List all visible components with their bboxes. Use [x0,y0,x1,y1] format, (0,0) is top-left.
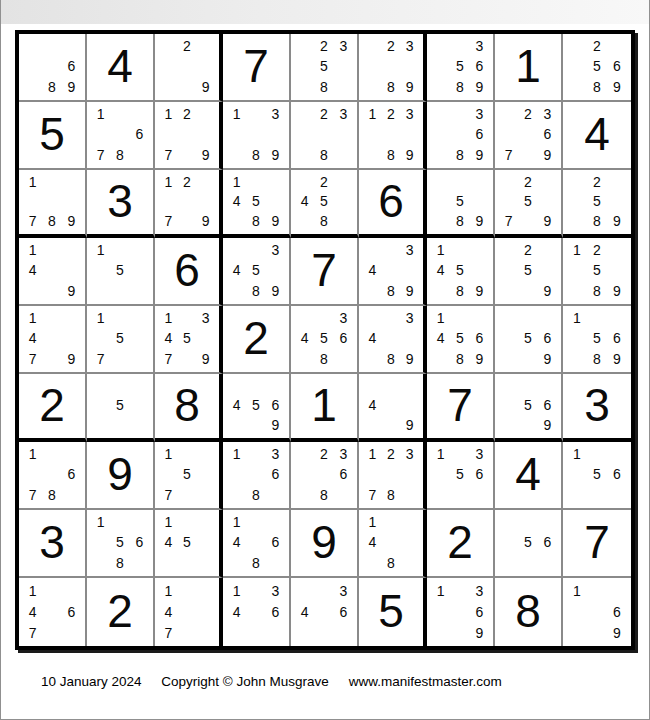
pencil-mark-pos-2 [518,376,537,396]
cell-r6c6: 49 [359,374,427,442]
cell-r5c4: 2 [223,306,291,374]
pencil-marks: 569 [495,306,561,372]
pencil-mark-pos-7 [91,281,110,301]
pencil-mark-pos-6 [62,260,81,280]
pencil-mark-pos-9: 9 [196,145,215,165]
pencil-mark-pos-7 [159,77,178,97]
pencil-mark-pos-8 [246,415,265,435]
cell-r3c4: 14589 [223,170,291,238]
pencil-marks: 589 [427,170,493,234]
pencil-mark-pos-9 [400,485,419,505]
pencil-mark-pos-8 [518,415,537,435]
pencil-mark-pos-6 [470,260,489,280]
pencil-mark-pos-2 [246,512,265,532]
pencil-mark-pos-5: 5 [178,328,197,348]
cell-r8c8: 56 [495,510,563,578]
pencil-mark-pos-2 [110,512,129,532]
pencil-mark-pos-8: 8 [314,485,333,505]
pencil-mark-pos-5: 5 [178,464,197,484]
pencil-mark-pos-4 [567,192,587,212]
pencil-mark-pos-1: 1 [23,308,42,328]
pencil-mark-pos-8: 8 [450,145,469,165]
cell-r7c9: 156 [563,442,631,510]
pencil-mark-pos-4: 4 [159,601,178,622]
pencil-marks: 1389 [223,102,289,168]
pencil-mark-pos-6: 6 [607,56,627,76]
pencil-mark-pos-2 [450,444,469,464]
cell-r4c2: 15 [87,238,155,306]
pencil-mark-pos-1: 1 [91,240,110,260]
solved-digit: 3 [584,382,610,428]
pencil-mark-pos-7 [295,77,314,97]
pencil-mark-pos-2 [246,172,265,192]
pencil-mark-pos-3 [130,512,149,532]
pencil-marks: 259 [495,238,561,304]
pencil-mark-pos-7 [295,211,314,231]
pencil-mark-pos-2 [450,36,469,56]
cell-r6c4: 4569 [223,374,291,442]
pencil-mark-pos-2 [314,308,333,328]
pencil-mark-pos-2 [110,104,129,124]
pencil-mark-pos-9 [400,553,419,573]
pencil-mark-pos-9 [130,553,149,573]
pencil-mark-pos-4: 4 [431,328,450,348]
pencil-mark-pos-8 [518,349,537,369]
footer-date: 10 January 2024 [41,674,142,689]
pencil-mark-pos-7 [431,77,450,97]
pencil-mark-pos-4 [431,124,450,144]
cell-r2c3: 1279 [155,102,223,170]
pencil-mark-pos-4 [431,464,450,484]
pencil-mark-pos-3 [130,240,149,260]
pencil-marks: 1346 [223,578,289,646]
pencil-mark-pos-2 [178,308,197,328]
pencil-mark-pos-8: 8 [246,553,265,573]
pencil-marks: 1568 [87,510,153,576]
cell-r5c5: 34568 [291,306,359,374]
pencil-marks: 169 [563,578,631,646]
pencil-mark-pos-5: 5 [246,260,265,280]
pencil-mark-pos-2: 2 [178,172,197,192]
pencil-mark-pos-3 [607,36,627,56]
pencil-mark-pos-2 [587,444,607,464]
cell-r3c6: 6 [359,170,427,238]
pencil-mark-pos-9: 9 [470,145,489,165]
pencil-marks: 1369 [427,578,493,646]
cell-r4c3: 6 [155,238,223,306]
pencil-mark-pos-4: 4 [23,328,42,348]
pencil-mark-pos-8 [246,622,265,643]
pencil-mark-pos-1: 1 [227,444,246,464]
pencil-marks: 2458 [291,170,357,234]
pencil-marks: 1467 [19,578,85,646]
pencil-mark-pos-2: 2 [587,36,607,56]
pencil-mark-pos-7 [567,349,587,369]
pencil-mark-pos-7 [499,415,518,435]
pencil-mark-pos-8: 8 [42,485,61,505]
pencil-mark-pos-3 [607,172,627,192]
pencil-mark-pos-3 [470,308,489,328]
pencil-mark-pos-1: 1 [567,580,587,601]
pencil-mark-pos-9 [334,145,353,165]
pencil-mark-pos-8: 8 [450,77,469,97]
pencil-marks: 2579 [495,170,561,234]
pencil-mark-pos-6 [400,464,419,484]
pencil-mark-pos-9: 9 [62,77,81,97]
pencil-mark-pos-4 [91,396,110,416]
pencil-mark-pos-3 [266,512,285,532]
cell-r2c4: 1389 [223,102,291,170]
pencil-mark-pos-4 [363,464,382,484]
cell-r2c1: 5 [19,102,87,170]
pencil-mark-pos-7 [499,349,518,369]
pencil-mark-pos-2 [246,376,265,396]
pencil-mark-pos-3: 3 [538,104,557,124]
pencil-mark-pos-3: 3 [334,580,353,601]
cell-r6c1: 2 [19,374,87,442]
pencil-mark-pos-1 [227,376,246,396]
pencil-mark-pos-8: 8 [246,145,265,165]
pencil-mark-pos-6: 6 [538,328,557,348]
solved-digit: 1 [515,43,541,89]
pencil-mark-pos-8 [178,211,197,231]
pencil-mark-pos-1: 1 [23,172,42,192]
pencil-mark-pos-8: 8 [110,553,129,573]
pencil-mark-pos-7 [363,349,382,369]
pencil-mark-pos-2 [246,580,265,601]
pencil-mark-pos-6 [196,464,215,484]
pencil-mark-pos-5: 5 [314,56,333,76]
pencil-mark-pos-8 [42,281,61,301]
pencil-mark-pos-4 [227,124,246,144]
pencil-mark-pos-6: 6 [130,124,149,144]
pencil-mark-pos-1 [23,36,42,56]
pencil-mark-pos-5: 5 [587,260,607,280]
pencil-mark-pos-8: 8 [382,349,401,369]
pencil-mark-pos-1 [363,36,382,56]
pencil-mark-pos-4 [159,56,178,76]
solved-digit: 7 [243,43,269,89]
pencil-mark-pos-7: 7 [159,211,178,231]
pencil-mark-pos-3: 3 [470,580,489,601]
solved-digit: 4 [107,43,133,89]
cell-r1c6: 2389 [359,34,427,102]
pencil-mark-pos-3 [400,512,419,532]
pencil-mark-pos-8 [518,145,537,165]
pencil-mark-pos-1: 1 [227,172,246,192]
pencil-mark-pos-9: 9 [400,77,419,97]
pencil-mark-pos-3 [470,172,489,192]
pencil-mark-pos-5: 5 [314,192,333,212]
pencil-mark-pos-8 [110,349,129,369]
pencil-mark-pos-4 [159,464,178,484]
pencil-mark-pos-9: 9 [196,211,215,231]
solved-digit: 7 [311,247,337,293]
pencil-mark-pos-4 [499,328,518,348]
cell-r8c2: 1568 [87,510,155,578]
pencil-mark-pos-8 [178,77,197,97]
sudoku-grid: 6894297235823893568912568951678127913892… [15,30,635,650]
pencil-marks: 156 [563,442,631,508]
pencil-mark-pos-8: 8 [382,485,401,505]
pencil-mark-pos-8 [450,485,469,505]
pencil-mark-pos-8: 8 [382,145,401,165]
pencil-mark-pos-9: 9 [266,415,285,435]
pencil-mark-pos-3 [62,172,81,192]
pencil-mark-pos-5: 5 [246,396,265,416]
pencil-mark-pos-5 [382,396,401,416]
pencil-mark-pos-1 [295,104,314,124]
pencil-mark-pos-6 [266,124,285,144]
pencil-mark-pos-3 [538,512,557,532]
pencil-mark-pos-6: 6 [538,124,557,144]
pencil-mark-pos-1: 1 [91,104,110,124]
pencil-mark-pos-9: 9 [196,349,215,369]
pencil-mark-pos-5: 5 [518,260,537,280]
pencil-mark-pos-7 [295,622,314,643]
cell-r8c1: 3 [19,510,87,578]
pencil-mark-pos-6: 6 [62,464,81,484]
pencil-mark-pos-9: 9 [400,349,419,369]
pencil-mark-pos-6 [334,192,353,212]
pencil-mark-pos-1 [363,240,382,260]
pencil-mark-pos-7 [567,622,587,643]
pencil-mark-pos-3: 3 [266,444,285,464]
cell-r4c7: 14589 [427,238,495,306]
pencil-mark-pos-4: 4 [295,192,314,212]
pencil-mark-pos-1 [159,36,178,56]
pencil-mark-pos-9 [62,622,81,643]
pencil-mark-pos-6 [62,328,81,348]
pencil-mark-pos-7: 7 [159,349,178,369]
pencil-mark-pos-7: 7 [23,622,42,643]
pencil-mark-pos-1 [567,172,587,192]
pencil-mark-pos-7 [227,415,246,435]
pencil-marks: 1279 [155,102,219,168]
pencil-mark-pos-4 [499,260,518,280]
cell-r5c2: 157 [87,306,155,374]
pencil-mark-pos-6 [400,56,419,76]
pencil-mark-pos-3: 3 [334,36,353,56]
pencil-mark-pos-8 [314,622,333,643]
pencil-mark-pos-7 [363,281,382,301]
pencil-mark-pos-6 [334,56,353,76]
pencil-mark-pos-4 [295,56,314,76]
pencil-mark-pos-6: 6 [607,601,627,622]
solved-digit: 9 [311,519,337,565]
pencil-mark-pos-5 [42,260,61,280]
pencil-mark-pos-6: 6 [538,532,557,552]
solved-digit: 1 [311,382,337,428]
pencil-mark-pos-4 [567,464,587,484]
solved-digit: 8 [515,588,541,634]
footer-copyright: Copyright © John Musgrave [161,674,329,689]
pencil-mark-pos-6: 6 [266,601,285,622]
pencil-mark-pos-8: 8 [382,553,401,573]
pencil-mark-pos-3: 3 [196,308,215,328]
pencil-mark-pos-9: 9 [266,145,285,165]
pencil-mark-pos-2 [450,308,469,328]
cell-r5c9: 15689 [563,306,631,374]
pencil-mark-pos-8 [178,145,197,165]
solved-digit: 6 [378,178,404,224]
pencil-mark-pos-9 [196,553,215,573]
pencil-mark-pos-5: 5 [450,464,469,484]
pencil-mark-pos-2: 2 [314,36,333,56]
pencil-mark-pos-8: 8 [110,145,129,165]
pencil-mark-pos-6 [400,396,419,416]
pencil-mark-pos-9 [334,77,353,97]
pencil-mark-pos-3 [62,580,81,601]
pencil-mark-pos-7 [227,622,246,643]
cell-r5c3: 134579 [155,306,223,374]
pencil-mark-pos-5 [42,192,61,212]
pencil-mark-pos-9 [266,622,285,643]
pencil-mark-pos-9: 9 [538,145,557,165]
pencil-mark-pos-7 [431,349,450,369]
pencil-mark-pos-9: 9 [470,77,489,97]
pencil-mark-pos-6: 6 [538,396,557,416]
pencil-mark-pos-7 [23,281,42,301]
footer: 10 January 2024 Copyright © John Musgrav… [41,674,502,689]
pencil-mark-pos-6 [196,124,215,144]
pencil-marks: 12589 [563,238,631,304]
pencil-mark-pos-7: 7 [159,485,178,505]
pencil-mark-pos-9 [130,349,149,369]
pencil-mark-pos-2: 2 [382,104,401,124]
pencil-mark-pos-8: 8 [246,485,265,505]
pencil-mark-pos-6: 6 [62,601,81,622]
pencil-mark-pos-1: 1 [227,104,246,124]
pencil-marks: 134579 [155,306,219,372]
pencil-mark-pos-1 [499,512,518,532]
solved-digit: 2 [107,588,133,634]
pencil-mark-pos-9 [538,553,557,573]
pencil-mark-pos-2: 2 [178,36,197,56]
pencil-mark-pos-2 [42,36,61,56]
cell-r3c8: 2579 [495,170,563,238]
pencil-mark-pos-2 [110,376,129,396]
pencil-mark-pos-8 [587,622,607,643]
pencil-mark-pos-5 [110,124,129,144]
pencil-mark-pos-7 [431,485,450,505]
pencil-marks: 145689 [427,306,493,372]
pencil-mark-pos-7: 7 [499,211,518,231]
pencil-mark-pos-3: 3 [470,444,489,464]
pencil-mark-pos-9: 9 [538,281,557,301]
pencil-mark-pos-3 [538,172,557,192]
pencil-mark-pos-1: 1 [567,444,587,464]
pencil-mark-pos-5: 5 [314,328,333,348]
pencil-mark-pos-1 [499,172,518,192]
pencil-mark-pos-4 [23,464,42,484]
pencil-marks: 35689 [427,34,493,100]
pencil-mark-pos-1 [499,104,518,124]
pencil-mark-pos-2: 2 [518,172,537,192]
cell-r4c1: 149 [19,238,87,306]
pencil-mark-pos-1 [295,444,314,464]
pencil-mark-pos-4 [91,124,110,144]
pencil-mark-pos-5 [382,56,401,76]
pencil-mark-pos-8 [110,281,129,301]
pencil-mark-pos-1 [567,36,587,56]
cell-r7c1: 1678 [19,442,87,510]
pencil-mark-pos-7 [567,281,587,301]
pencil-mark-pos-9 [196,622,215,643]
cell-r8c7: 2 [427,510,495,578]
pencil-mark-pos-1 [363,308,382,328]
pencil-mark-pos-2: 2 [382,444,401,464]
pencil-mark-pos-4: 4 [227,396,246,416]
pencil-mark-pos-2 [42,580,61,601]
pencil-marks: 1279 [155,170,219,234]
pencil-marks: 2389 [359,34,423,100]
pencil-mark-pos-6 [400,532,419,552]
pencil-mark-pos-2 [246,240,265,260]
window-top-band [1,0,649,24]
pencil-marks: 3689 [427,102,493,168]
pencil-mark-pos-3: 3 [266,104,285,124]
pencil-mark-pos-8 [587,485,607,505]
pencil-mark-pos-5: 5 [518,532,537,552]
pencil-mark-pos-6 [196,192,215,212]
pencil-mark-pos-6 [400,328,419,348]
pencil-mark-pos-2 [587,580,607,601]
pencil-mark-pos-5: 5 [587,56,607,76]
pencil-mark-pos-2 [450,172,469,192]
pencil-mark-pos-1 [499,308,518,328]
pencil-mark-pos-4: 4 [363,532,382,552]
pencil-mark-pos-6 [470,192,489,212]
pencil-mark-pos-2: 2 [314,444,333,464]
pencil-mark-pos-4 [431,192,450,212]
pencil-marks: 34568 [291,306,357,372]
cell-r3c7: 589 [427,170,495,238]
cell-r1c5: 2358 [291,34,359,102]
pencil-mark-pos-4: 4 [363,396,382,416]
pencil-mark-pos-7 [295,485,314,505]
pencil-mark-pos-7 [159,553,178,573]
cell-r7c6: 12378 [359,442,427,510]
pencil-mark-pos-7 [431,281,450,301]
pencil-mark-pos-6 [62,192,81,212]
pencil-mark-pos-8: 8 [314,77,333,97]
cell-r4c4: 34589 [223,238,291,306]
pencil-mark-pos-6 [607,260,627,280]
pencil-mark-pos-2 [314,580,333,601]
pencil-mark-pos-1: 1 [227,580,246,601]
cell-r3c2: 3 [87,170,155,238]
pencil-mark-pos-2: 2 [178,104,197,124]
pencil-marks: 1789 [19,170,85,234]
pencil-mark-pos-2 [382,512,401,532]
pencil-marks: 23679 [495,102,561,168]
pencil-mark-pos-1: 1 [159,172,178,192]
pencil-mark-pos-8: 8 [382,281,401,301]
cell-r2c8: 23679 [495,102,563,170]
pencil-mark-pos-5 [314,124,333,144]
pencil-mark-pos-1 [431,104,450,124]
pencil-marks: 1356 [427,442,493,508]
pencil-marks: 148 [359,510,423,576]
pencil-mark-pos-7: 7 [23,211,42,231]
pencil-mark-pos-7: 7 [159,622,178,643]
pencil-marks: 12389 [359,102,423,168]
cell-r2c7: 3689 [427,102,495,170]
pencil-mark-pos-6 [266,192,285,212]
pencil-mark-pos-9: 9 [266,211,285,231]
cell-r7c4: 1368 [223,442,291,510]
